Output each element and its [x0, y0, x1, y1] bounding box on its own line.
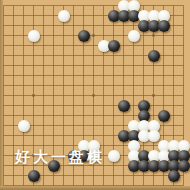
white-stone[interactable] — [128, 30, 140, 42]
black-stone[interactable] — [158, 20, 170, 32]
board-edge-shadow-bottom — [0, 186, 190, 190]
white-stone[interactable] — [88, 150, 100, 162]
white-stone[interactable] — [148, 130, 160, 142]
board-edge-shadow-left — [0, 0, 3, 190]
black-stone[interactable] — [118, 100, 130, 112]
black-stone[interactable] — [148, 50, 160, 62]
black-stone[interactable] — [78, 30, 90, 42]
white-stone[interactable] — [18, 120, 30, 132]
black-stone[interactable] — [28, 170, 40, 182]
black-stone[interactable] — [178, 160, 190, 172]
white-stone[interactable] — [58, 10, 70, 22]
go-board[interactable]: 好大一盘棋 — [0, 0, 190, 190]
black-stone[interactable] — [108, 40, 120, 52]
black-stone[interactable] — [48, 160, 60, 172]
white-stone[interactable] — [108, 150, 120, 162]
black-stone[interactable] — [168, 170, 180, 182]
black-stone[interactable] — [158, 110, 170, 122]
white-stone[interactable] — [28, 30, 40, 42]
